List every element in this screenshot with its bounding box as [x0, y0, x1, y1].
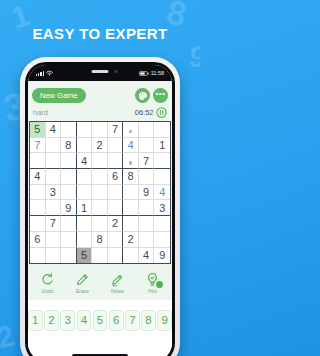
sudoku-cell-r6c3[interactable]: 9: [61, 200, 77, 216]
sudoku-cell-r7c4[interactable]: [77, 216, 93, 232]
status-right: 11:58: [139, 70, 164, 76]
sudoku-cell-r8c2[interactable]: [46, 232, 62, 248]
sudoku-cell-r6c6[interactable]: [108, 200, 124, 216]
sudoku-cell-r5c5[interactable]: [92, 185, 108, 201]
sudoku-cell-r1c6[interactable]: 7: [108, 122, 124, 138]
app-header: New Game •••: [32, 88, 168, 103]
sudoku-cell-r6c9[interactable]: 3: [154, 200, 170, 216]
sudoku-cell-r7c2[interactable]: 7: [46, 216, 62, 232]
sudoku-cell-r1c2[interactable]: 4: [46, 122, 62, 138]
sudoku-cell-r9c8[interactable]: 4: [139, 248, 155, 264]
numpad-button-8[interactable]: 8: [141, 310, 156, 331]
background-digit: 2: [0, 318, 18, 355]
notch-camera: [114, 70, 118, 74]
background-digit: 9: [186, 39, 200, 76]
sudoku-cell-r5c2[interactable]: 3: [46, 185, 62, 201]
sudoku-cell-r3c6[interactable]: [108, 153, 124, 169]
sudoku-cell-r8c7[interactable]: 2: [123, 232, 139, 248]
sudoku-cell-r5c8[interactable]: 9: [139, 185, 155, 201]
app-screen: 11:58 New Game •••: [28, 65, 172, 356]
pencil-mark: [129, 161, 132, 165]
sudoku-cell-r3c9[interactable]: [154, 153, 170, 169]
sudoku-cell-r7c1[interactable]: [30, 216, 46, 232]
difficulty-label: hard: [33, 108, 48, 117]
numpad-button-4[interactable]: 4: [77, 310, 92, 331]
sudoku-cell-r9c2[interactable]: [46, 248, 62, 264]
sudoku-cell-r6c8[interactable]: [139, 200, 155, 216]
sudoku-cell-r4c1[interactable]: 4: [30, 169, 46, 185]
sudoku-cell-r3c5[interactable]: [92, 153, 108, 169]
sudoku-cell-r2c5[interactable]: 2: [92, 138, 108, 154]
sudoku-cell-r3c4[interactable]: 4: [77, 153, 93, 169]
sudoku-cell-r1c5[interactable]: [92, 122, 108, 138]
sudoku-cell-r4c4[interactable]: [77, 169, 93, 185]
sudoku-cell-r1c9[interactable]: [154, 122, 170, 138]
sudoku-cell-r2c8[interactable]: [139, 138, 155, 154]
sudoku-cell-r3c1[interactable]: [30, 153, 46, 169]
erase-button[interactable]: Erase: [75, 272, 90, 294]
sudoku-cell-r6c7[interactable]: [123, 200, 139, 216]
notes-label: Notes: [111, 288, 124, 294]
hint-label: Hint: [148, 288, 157, 294]
numpad-button-3[interactable]: 3: [60, 310, 75, 331]
sudoku-cell-r2c1[interactable]: 7: [30, 138, 46, 154]
sudoku-cell-r2c7[interactable]: 4: [123, 138, 139, 154]
sudoku-cell-r1c3[interactable]: [61, 122, 77, 138]
sudoku-cell-r5c6[interactable]: [108, 185, 124, 201]
ellipsis-icon: •••: [156, 92, 166, 99]
sudoku-cell-r8c9[interactable]: [154, 232, 170, 248]
sudoku-cell-r8c6[interactable]: [108, 232, 124, 248]
sudoku-cell-r1c8[interactable]: [139, 122, 155, 138]
sudoku-cell-r8c8[interactable]: [139, 232, 155, 248]
sudoku-cell-r7c7[interactable]: [123, 216, 139, 232]
notch-speaker: [92, 70, 109, 73]
info-row: hard 06:52: [33, 107, 167, 118]
sudoku-cell-r1c1[interactable]: 5: [30, 122, 46, 138]
sudoku-cell-r5c4[interactable]: [77, 185, 93, 201]
phone-bezel: 11:58 New Game •••: [25, 62, 175, 356]
undo-button[interactable]: Undo: [40, 272, 55, 294]
numpad: 123456789: [28, 310, 172, 331]
erase-label: Erase: [76, 288, 89, 294]
sudoku-board: 547782414746839491372682549: [29, 121, 171, 264]
sudoku-cell-r6c4[interactable]: 1: [77, 200, 93, 216]
numpad-area: 123456789: [28, 300, 172, 356]
sudoku-cell-r6c2[interactable]: [46, 200, 62, 216]
sudoku-cell-r4c6[interactable]: 6: [108, 169, 124, 185]
sudoku-cell-r9c9[interactable]: 9: [154, 248, 170, 264]
numpad-button-6[interactable]: 6: [109, 310, 124, 331]
status-bar: 11:58: [28, 65, 172, 81]
new-game-button[interactable]: New Game: [32, 88, 86, 103]
status-time: 11:58: [151, 70, 164, 76]
sudoku-cell-r1c4[interactable]: [77, 122, 93, 138]
toolbar: Undo Erase Notes: [28, 272, 172, 294]
sudoku-cell-r2c3[interactable]: 8: [61, 138, 77, 154]
sudoku-cell-r8c4[interactable]: [77, 232, 93, 248]
sudoku-cell-r7c8[interactable]: [139, 216, 155, 232]
sudoku-cell-r8c5[interactable]: 8: [92, 232, 108, 248]
sudoku-cell-r2c2[interactable]: [46, 138, 62, 154]
sudoku-cell-r3c3[interactable]: [61, 153, 77, 169]
sudoku-cell-r3c2[interactable]: [46, 153, 62, 169]
sudoku-cell-r9c6[interactable]: [108, 248, 124, 264]
pause-button[interactable]: [156, 107, 167, 118]
sudoku-cell-r2c4[interactable]: [77, 138, 93, 154]
sudoku-cell-r5c3[interactable]: [61, 185, 77, 201]
sudoku-cell-r5c9[interactable]: 4: [154, 185, 170, 201]
sudoku-cell-r2c6[interactable]: [108, 138, 124, 154]
battery-icon: [139, 71, 149, 76]
numpad-button-9[interactable]: 9: [157, 310, 172, 331]
numpad-button-7[interactable]: 7: [125, 310, 140, 331]
sudoku-cell-r7c5[interactable]: [92, 216, 108, 232]
numpad-button-2[interactable]: 2: [44, 310, 59, 331]
sudoku-cell-r4c8[interactable]: [139, 169, 155, 185]
numpad-button-5[interactable]: 5: [93, 310, 108, 331]
sudoku-cell-r4c9[interactable]: [154, 169, 170, 185]
numpad-button-1[interactable]: 1: [28, 310, 43, 331]
sudoku-cell-r9c5[interactable]: [92, 248, 108, 264]
signal-icon: [36, 71, 44, 76]
sudoku-cell-r6c5[interactable]: [92, 200, 108, 216]
phone-mockup: 11:58 New Game •••: [20, 57, 180, 356]
notes-button[interactable]: Notes: [110, 272, 125, 294]
hint-button[interactable]: Hint: [145, 272, 160, 294]
sudoku-cell-r4c3[interactable]: [61, 169, 77, 185]
sudoku-cell-r4c2[interactable]: [46, 169, 62, 185]
sudoku-cell-r5c1[interactable]: [30, 185, 46, 201]
undo-icon: [40, 272, 55, 287]
sudoku-cell-r5c7[interactable]: [123, 185, 139, 201]
sudoku-cell-r3c8[interactable]: 7: [139, 153, 155, 169]
sudoku-cell-r8c3[interactable]: [61, 232, 77, 248]
notes-icon: [110, 272, 125, 287]
sudoku-cell-r7c6[interactable]: 2: [108, 216, 124, 232]
sudoku-cell-r8c1[interactable]: 6: [30, 232, 46, 248]
status-left-icons: [36, 70, 53, 76]
sudoku-cell-r9c1[interactable]: [30, 248, 46, 264]
undo-label: Undo: [42, 288, 54, 294]
sudoku-cell-r4c5[interactable]: [92, 169, 108, 185]
sudoku-cell-r6c1[interactable]: [30, 200, 46, 216]
theme-button[interactable]: [135, 88, 150, 103]
sudoku-cell-r4c7[interactable]: 8: [123, 169, 139, 185]
sudoku-cell-r1c7[interactable]: [123, 122, 139, 138]
pencil-mark: [129, 130, 132, 134]
sudoku-cell-r2c9[interactable]: 1: [154, 138, 170, 154]
sudoku-cell-r9c3[interactable]: [61, 248, 77, 264]
timer-value: 06:52: [135, 108, 154, 117]
sudoku-cell-r9c7[interactable]: [123, 248, 139, 264]
erase-icon: [75, 272, 90, 287]
sudoku-cell-r3c7[interactable]: [123, 153, 139, 169]
more-button[interactable]: •••: [153, 88, 168, 103]
palette-icon: [138, 91, 148, 101]
banner-title: EASY TO EXPERT: [0, 25, 200, 42]
wifi-icon: [46, 70, 53, 76]
sudoku-cell-r7c9[interactable]: [154, 216, 170, 232]
sudoku-cell-r7c3[interactable]: [61, 216, 77, 232]
hint-badge: [156, 281, 163, 288]
sudoku-cell-r9c4[interactable]: 5: [77, 248, 93, 264]
